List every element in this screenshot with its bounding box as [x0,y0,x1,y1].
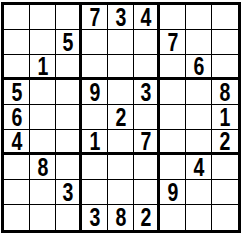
cell-r1c3[interactable] [56,5,82,30]
cell-r8c7: 9 [160,180,186,205]
cell-r5c8[interactable] [186,105,212,130]
cell-r4c8[interactable] [186,80,212,105]
cell-r7c7[interactable] [160,155,186,180]
given-digit: 9 [167,180,178,205]
cell-r3c3[interactable] [56,55,82,80]
cell-r2c9[interactable] [212,30,238,55]
cell-r2c5[interactable] [108,30,134,55]
cell-r4c4: 9 [82,80,108,105]
given-digit: 8 [115,205,126,230]
cell-r5c3[interactable] [56,105,82,130]
cell-r1c4: 7 [82,5,108,30]
cell-r3c7[interactable] [160,55,186,80]
given-digit: 6 [11,105,22,130]
cell-r4c2[interactable] [30,80,56,105]
given-digit: 1 [89,130,100,154]
cell-r4c5[interactable] [108,80,134,105]
given-digit: 3 [115,5,126,30]
given-digit: 3 [62,180,73,205]
cell-r5c5: 2 [108,105,134,130]
cell-r9c3[interactable] [56,205,82,230]
given-digit: 4 [11,130,22,154]
cell-r6c1: 4 [4,130,30,155]
sudoku-board: 7345716593862141728439382 [1,2,241,233]
cell-r7c4[interactable] [82,155,108,180]
cell-r7c8: 4 [186,155,212,180]
cell-r8c9[interactable] [212,180,238,205]
given-digit: 8 [220,80,231,105]
cell-r4c7[interactable] [160,80,186,105]
given-digit: 7 [167,30,178,55]
cell-r9c2[interactable] [30,205,56,230]
cell-r6c3[interactable] [56,130,82,155]
cell-r7c6[interactable] [134,155,160,180]
cell-r5c9: 1 [212,105,238,130]
cell-r4c1: 5 [4,80,30,105]
cell-r7c2: 8 [30,155,56,180]
cell-r8c4[interactable] [82,180,108,205]
cell-r9c6: 2 [134,205,160,230]
cell-r6c7[interactable] [160,130,186,155]
cell-r8c5[interactable] [108,180,134,205]
cell-r6c6: 7 [134,130,160,155]
cell-r1c8[interactable] [186,5,212,30]
cell-r3c6[interactable] [134,55,160,80]
given-digit: 4 [140,5,151,30]
cell-r2c2[interactable] [30,30,56,55]
cell-r6c2[interactable] [30,130,56,155]
given-digit: 8 [37,155,48,180]
cell-r2c7: 7 [160,30,186,55]
cell-r3c5[interactable] [108,55,134,80]
cell-r3c2: 1 [30,55,56,80]
cell-r4c3[interactable] [56,80,82,105]
cell-r9c4: 3 [82,205,108,230]
given-digit: 2 [140,205,151,230]
given-digit: 2 [220,130,231,154]
given-digit: 5 [62,30,73,55]
given-digit: 3 [89,205,100,230]
cell-r9c9[interactable] [212,205,238,230]
cell-r6c4: 1 [82,130,108,155]
cell-r5c4[interactable] [82,105,108,130]
cell-r3c4[interactable] [82,55,108,80]
cell-r9c8[interactable] [186,205,212,230]
cell-r1c1[interactable] [4,5,30,30]
cell-r2c4[interactable] [82,30,108,55]
given-digit: 7 [140,130,151,154]
cell-r5c7[interactable] [160,105,186,130]
cell-r7c1[interactable] [4,155,30,180]
cell-r9c5: 8 [108,205,134,230]
cell-r5c2[interactable] [30,105,56,130]
cell-r1c2[interactable] [30,5,56,30]
given-digit: 1 [37,55,48,79]
cell-r8c3: 3 [56,180,82,205]
given-digit: 2 [115,105,126,130]
cell-r8c2[interactable] [30,180,56,205]
cell-r1c9[interactable] [212,5,238,30]
cell-r3c9[interactable] [212,55,238,80]
cell-r8c6[interactable] [134,180,160,205]
cell-r4c9: 8 [212,80,238,105]
cell-r9c7[interactable] [160,205,186,230]
cell-r8c1[interactable] [4,180,30,205]
given-digit: 5 [11,80,22,105]
cell-r6c5[interactable] [108,130,134,155]
cell-r5c6[interactable] [134,105,160,130]
cell-r7c3[interactable] [56,155,82,180]
cell-r6c9: 2 [212,130,238,155]
cell-r6c8[interactable] [186,130,212,155]
cell-r3c1[interactable] [4,55,30,80]
cell-r3c8: 6 [186,55,212,80]
cell-r2c1[interactable] [4,30,30,55]
cell-r9c1[interactable] [4,205,30,230]
cell-r2c6[interactable] [134,30,160,55]
cell-r8c8[interactable] [186,180,212,205]
given-digit: 1 [220,105,231,130]
given-digit: 3 [140,80,151,105]
cell-r1c5: 3 [108,5,134,30]
given-digit: 4 [193,155,204,180]
cell-r2c3: 5 [56,30,82,55]
given-digit: 6 [193,55,204,79]
given-digit: 7 [89,5,100,30]
cell-r7c9[interactable] [212,155,238,180]
given-digit: 9 [89,80,100,105]
cell-r7c5[interactable] [108,155,134,180]
cell-r2c8[interactable] [186,30,212,55]
cell-r5c1: 6 [4,105,30,130]
cell-r1c6: 4 [134,5,160,30]
cell-r4c6: 3 [134,80,160,105]
cell-r1c7[interactable] [160,5,186,30]
